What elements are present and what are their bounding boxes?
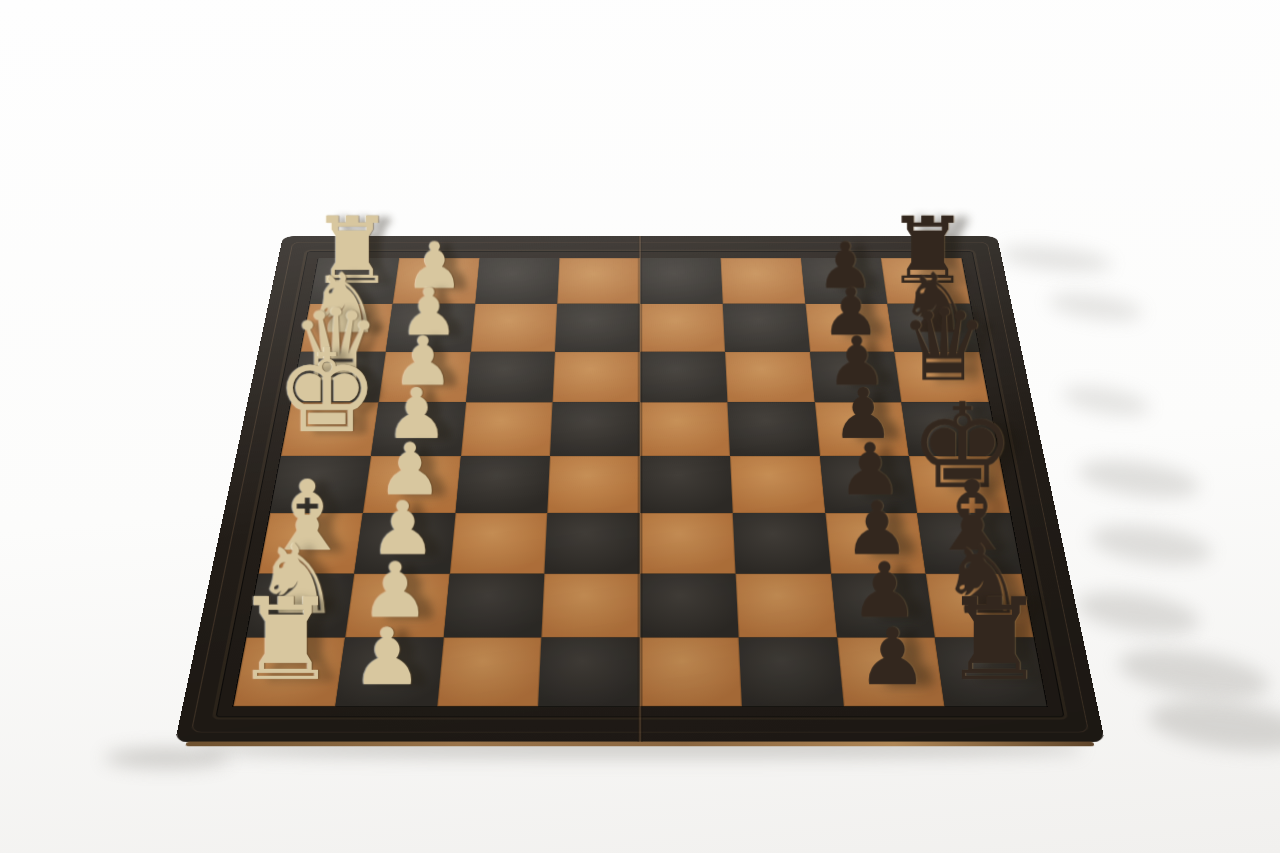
square[interactable] <box>723 304 810 352</box>
square[interactable] <box>475 258 560 303</box>
square[interactable] <box>640 638 742 707</box>
cast-shadow <box>104 748 229 768</box>
square[interactable] <box>640 402 730 456</box>
square[interactable] <box>727 402 819 456</box>
square[interactable] <box>730 456 825 513</box>
square[interactable]: ♜ <box>233 638 344 707</box>
cast-shadow <box>1146 693 1280 758</box>
square[interactable]: ♟ <box>335 638 443 707</box>
square[interactable]: ♚ <box>281 402 378 456</box>
square[interactable] <box>545 513 640 573</box>
piece-white-rook[interactable]: ♜ <box>235 583 337 697</box>
chess-board: ♜♟♟♜♞♟♟♞♛♟♟♛♚♟♟♟♟♚♝♟♟♝♞♟♟♞♜♟♟♜ <box>175 236 1105 742</box>
square[interactable] <box>538 638 640 707</box>
square[interactable] <box>735 573 836 637</box>
square[interactable] <box>555 304 640 352</box>
piece-white-king[interactable]: ♚ <box>276 334 379 449</box>
square[interactable] <box>466 352 556 403</box>
square[interactable] <box>640 258 723 303</box>
square[interactable] <box>437 638 542 707</box>
square[interactable] <box>732 513 830 573</box>
square[interactable] <box>640 456 732 513</box>
cast-shadow <box>1074 585 1202 642</box>
square[interactable] <box>640 513 735 573</box>
square[interactable] <box>640 573 738 637</box>
square[interactable] <box>550 402 640 456</box>
cast-shadow <box>1076 454 1202 505</box>
piece-white-pawn[interactable]: ♟ <box>352 618 423 697</box>
square[interactable] <box>461 402 553 456</box>
square[interactable] <box>548 456 640 513</box>
cast-shadow <box>999 242 1113 276</box>
studio-backdrop: ♜♟♟♜♞♟♟♞♛♟♟♛♚♟♟♟♟♚♝♟♟♝♞♟♟♞♜♟♟♜ <box>0 0 1280 853</box>
cast-shadow <box>1115 640 1272 707</box>
piece-black-pawn[interactable]: ♟ <box>858 618 929 697</box>
square[interactable] <box>640 304 725 352</box>
square[interactable] <box>640 352 727 403</box>
square[interactable] <box>738 638 843 707</box>
square[interactable] <box>720 258 805 303</box>
cast-shadow <box>1088 519 1214 572</box>
piece-black-rook[interactable]: ♜ <box>943 583 1045 697</box>
square[interactable] <box>725 352 815 403</box>
square[interactable] <box>449 513 547 573</box>
square[interactable] <box>553 352 640 403</box>
square[interactable] <box>470 304 557 352</box>
square[interactable] <box>443 573 544 637</box>
board-squares: ♜♟♟♜♞♟♟♞♛♟♟♛♚♟♟♟♟♚♝♟♟♝♞♟♟♞♜♟♟♜ <box>232 258 1048 707</box>
square[interactable] <box>542 573 640 637</box>
cast-shadow <box>1047 289 1144 326</box>
square[interactable] <box>557 258 640 303</box>
square[interactable]: ♜ <box>935 638 1046 707</box>
cast-shadow <box>1060 381 1151 422</box>
square[interactable]: ♟ <box>837 638 945 707</box>
square[interactable] <box>455 456 550 513</box>
